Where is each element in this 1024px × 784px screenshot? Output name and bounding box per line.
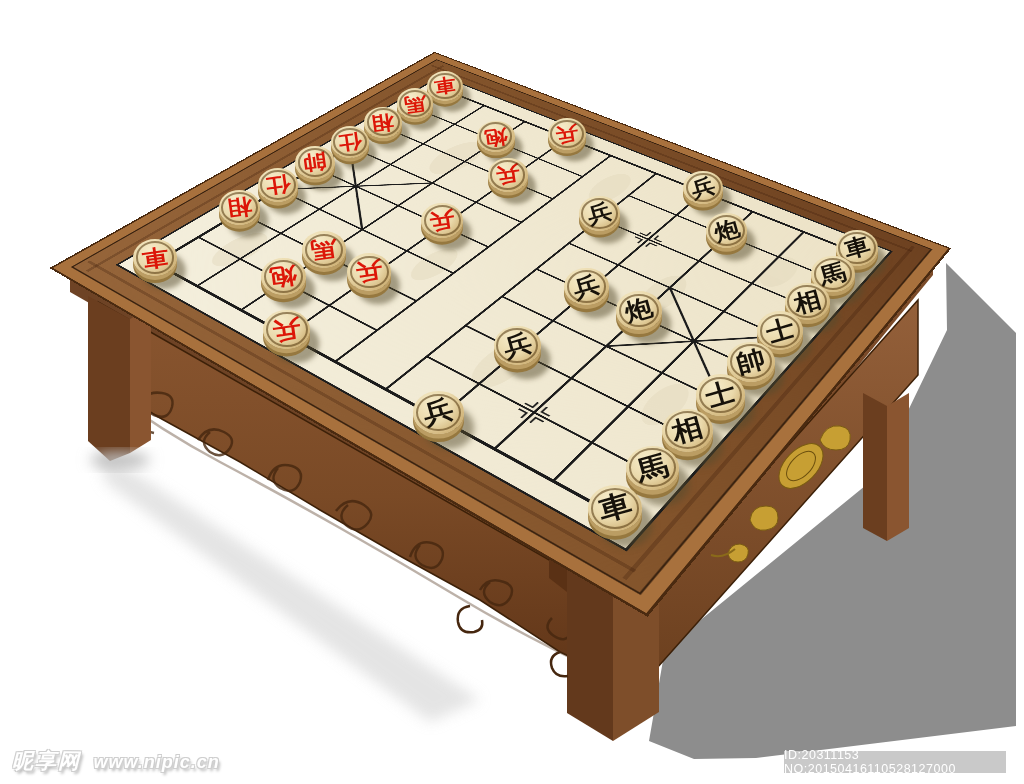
table-leg-right	[863, 393, 909, 541]
piece-red-horse[interactable]: 馬	[397, 88, 434, 119]
piece-character: 仕	[256, 167, 300, 201]
piece-red-soldier[interactable]: 兵	[263, 310, 310, 350]
watermark-id-badge: ID:20311153 NO:20150416110528127000	[784, 751, 1006, 773]
piece-black-cannon[interactable]: 炮	[616, 291, 662, 329]
piece-red-advisor[interactable]: 仕	[258, 168, 298, 202]
piece-character: 馬	[395, 88, 435, 119]
piece-character: 仕	[329, 126, 371, 159]
piece-red-elephant[interactable]: 相	[364, 107, 401, 138]
piece-character: 兵	[420, 203, 466, 238]
piece-character: 兵	[345, 253, 393, 290]
piece-character: 車	[131, 239, 179, 276]
piece-character: 炮	[475, 120, 516, 152]
watermark-site: 昵享网 www.nipic.cn	[12, 747, 220, 775]
watermark-site-url: www.nipic.cn	[93, 752, 219, 772]
piece-red-cannon[interactable]: 炮	[261, 258, 306, 296]
piece-character: 相	[363, 106, 404, 138]
piece-character: 帥	[294, 146, 337, 179]
piece-red-elephant[interactable]: 相	[219, 190, 261, 225]
piece-red-soldier[interactable]: 兵	[421, 203, 463, 238]
piece-black-soldier[interactable]: 兵	[413, 391, 464, 434]
piece-black-soldier[interactable]: 兵	[494, 326, 541, 366]
table-leg-left	[88, 296, 151, 468]
piece-character: 炮	[259, 257, 308, 295]
piece-character: 相	[217, 190, 262, 225]
piece-red-advisor[interactable]: 仕	[331, 126, 369, 158]
piece-red-cannon[interactable]: 炮	[477, 121, 515, 153]
piece-red-soldier[interactable]: 兵	[488, 158, 528, 191]
piece-black-soldier[interactable]: 兵	[564, 268, 609, 306]
piece-red-horse[interactable]: 馬	[302, 231, 345, 267]
piece-black-soldier[interactable]: 兵	[579, 196, 620, 231]
piece-character: 兵	[261, 310, 312, 350]
piece-red-soldier[interactable]: 兵	[347, 253, 391, 290]
piece-red-general[interactable]: 帥	[295, 146, 334, 179]
scene-xiangqi-table-render: 車馬相兵炮仕帥兵仕兵相兵兵炮車馬車兵馬炮兵相炮兵士兵帥士兵相馬車 昵享网 www…	[0, 0, 1024, 784]
piece-red-chariot[interactable]: 車	[133, 239, 177, 276]
watermark-site-name: 昵享网	[12, 749, 81, 772]
piece-character: 兵	[486, 158, 529, 192]
piece-character: 兵	[546, 118, 587, 150]
piece-red-soldier[interactable]: 兵	[548, 118, 586, 150]
